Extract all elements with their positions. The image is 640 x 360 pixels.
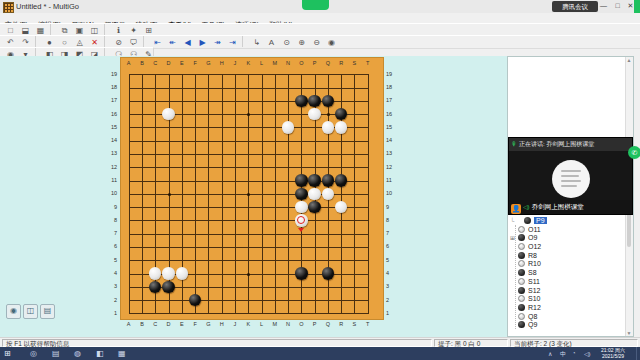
taskbar-mail-icon[interactable]: ▦ (118, 349, 126, 358)
black-move-icon (518, 287, 525, 294)
mark-tool-icon[interactable]: ⊙ (280, 36, 294, 49)
coord-letter-top: B (137, 60, 147, 66)
coord-number-left: 12 (103, 164, 117, 170)
logo-text-line (561, 175, 579, 177)
status-help-text: 按 F1 以获得帮助信息 (2, 339, 432, 347)
black-move-icon (518, 252, 525, 259)
tray-network-icon[interactable]: ◔ (572, 350, 576, 356)
white-stone-R15[interactable] (335, 121, 347, 133)
tray-expand-icon[interactable]: ∧ (548, 350, 552, 357)
participant-name: 乔剑网上围棋课堂 (532, 203, 584, 210)
coord-letter-top: H (217, 60, 227, 66)
black-stone-O4[interactable] (295, 267, 307, 279)
coord-number-right: 2 (386, 297, 400, 303)
coord-letter-bottom: A (124, 321, 134, 327)
menu-bar: 文件(F)编辑(E)局面(A)视图(I)移动(T)查看(V)工具(S)选项(O)… (0, 13, 640, 23)
black-move-icon (518, 234, 525, 241)
tree-node-label: S11 (528, 278, 540, 285)
coord-letter-top: Q (323, 60, 333, 66)
nav-forward10-icon[interactable]: ↠ (211, 36, 225, 49)
coord-number-left: 5 (103, 257, 117, 263)
black-stone-Q11[interactable] (322, 174, 334, 186)
coord-number-left: 16 (103, 111, 117, 117)
grid-line (368, 74, 369, 314)
zoom-in-icon[interactable]: ⊕ (295, 36, 309, 49)
white-stone-D16[interactable] (162, 108, 174, 120)
nav-forward-icon[interactable]: ▶ (196, 36, 210, 49)
grid-line (129, 234, 369, 235)
tree-node-label: O11 (528, 226, 541, 233)
white-stone-D4[interactable] (162, 267, 174, 279)
coord-number-left: 19 (103, 71, 117, 77)
grid-line (129, 207, 369, 208)
tree-node-R8[interactable]: R8 (510, 252, 622, 261)
go-board[interactable] (121, 58, 383, 319)
tray-volume-icon[interactable]: ◁) (584, 350, 591, 357)
app-icon (3, 2, 14, 13)
black-stone-D3[interactable] (162, 281, 174, 293)
zoom-out-icon[interactable]: ⊖ (310, 36, 324, 49)
channel-logo (552, 160, 590, 198)
coord-number-right: 1 (386, 310, 400, 316)
coord-number-right: 9 (386, 204, 400, 210)
coord-letter-top: C (150, 60, 160, 66)
mini-toolbar: ◉◫▤ (6, 299, 57, 313)
taskbar-app-icon[interactable]: ◧ (96, 349, 104, 358)
coord-letter-top: O (296, 60, 306, 66)
logo-text-line (561, 180, 581, 182)
coord-number-right: 3 (386, 283, 400, 289)
coord-number-right: 8 (386, 217, 400, 223)
grid-line (275, 74, 276, 314)
scroll-down-icon[interactable]: ▼ (626, 330, 632, 336)
tree-node-label: R12 (528, 304, 541, 311)
white-stone-N15[interactable] (282, 121, 294, 133)
white-stone-Q10[interactable] (322, 188, 334, 200)
taskbar-explorer-icon[interactable]: ▤ (52, 349, 60, 358)
coord-letter-bottom: C (150, 321, 160, 327)
status-current-move: 当前棋子: 2 (3 变化) (510, 339, 638, 347)
coord-letter-top: T (363, 60, 373, 66)
participant-bar: 👤◁)乔剑网上围棋课堂 (509, 200, 632, 214)
speaking-label: 正在讲话: 乔剑网上围棋课堂 (519, 141, 594, 147)
tree-node-R12[interactable]: R12 (510, 304, 622, 313)
tree-node-label: O9 (528, 234, 537, 241)
black-stone-O17[interactable] (295, 95, 307, 107)
clock-date: 2021/5/29 (592, 354, 634, 360)
tree-connector: └ (510, 218, 524, 224)
tree-node-Q8[interactable]: Q8 (510, 313, 622, 322)
taskbar-search-icon[interactable]: ◎ (30, 349, 37, 358)
coord-number-right: 19 (386, 71, 400, 77)
coord-letter-top: R (336, 60, 346, 66)
coord-number-right: 5 (386, 257, 400, 263)
coord-letter-bottom: F (190, 321, 200, 327)
coord-letter-top: G (203, 60, 213, 66)
white-move-icon (518, 313, 525, 320)
status-captures: 提子: 黑 0 白 0 (434, 339, 508, 347)
white-stone-C4[interactable] (149, 267, 161, 279)
coord-number-right: 12 (386, 164, 400, 170)
meeting-overlay-badge[interactable]: 腾讯会议 (552, 1, 598, 12)
coord-letter-top: P (310, 60, 320, 66)
coord-number-left: 1 (103, 310, 117, 316)
tree-node-S10[interactable]: S10 (510, 295, 622, 304)
coord-number-left: 17 (103, 97, 117, 103)
black-move-icon (518, 269, 525, 276)
black-stone-O11[interactable] (295, 174, 307, 186)
toolbar-separator (104, 24, 109, 35)
coord-number-right: 17 (386, 97, 400, 103)
coord-number-left: 2 (103, 297, 117, 303)
white-stone-R9[interactable] (335, 201, 347, 213)
black-stone-O10[interactable] (295, 188, 307, 200)
white-move-icon (518, 243, 525, 250)
grid-line (354, 74, 355, 314)
coord-number-left: 15 (103, 124, 117, 130)
speaker-icon: ◁) (523, 204, 530, 210)
tree-node-label: P9 (534, 217, 547, 224)
tree-node-S11[interactable]: S11 (510, 278, 622, 287)
coord-letter-top: N (283, 60, 293, 66)
tree-node-O9[interactable]: ⊞O9 (510, 234, 622, 243)
move-tree: └P9O11⊞O9O12R8R10S8S11S12S10R12Q8Q9 (510, 217, 622, 330)
taskbar-browser-icon[interactable]: ◍ (74, 349, 81, 358)
star-point (247, 113, 250, 116)
coord-number-left: 4 (103, 270, 117, 276)
tree-expander-icon[interactable]: ⊞ (510, 234, 517, 241)
coord-number-right: 13 (386, 150, 400, 156)
coord-number-right: 16 (386, 111, 400, 117)
coord-number-left: 8 (103, 217, 117, 223)
white-move-icon (518, 226, 525, 233)
star-point (247, 273, 250, 276)
game-tree-panel: └P9O11⊞O9O12R8R10S8S11S12S10R12Q8Q9 🎙正在讲… (507, 56, 634, 337)
coord-number-right: 6 (386, 243, 400, 249)
speaking-banner: 🎙正在讲话: 乔剑网上围棋课堂 (509, 138, 632, 151)
star-point (327, 113, 330, 116)
tree-node-label: R8 (528, 252, 537, 259)
tree-node-S12[interactable]: S12 (510, 287, 622, 296)
taskbar-clock[interactable]: 21:02 周六 2021/5/29 (592, 348, 634, 359)
coord-letter-bottom: B (137, 321, 147, 327)
coord-letter-top: K (243, 60, 253, 66)
coord-letter-top: E (177, 60, 187, 66)
coord-number-left: 11 (103, 177, 117, 183)
label-tool-icon[interactable]: A (265, 36, 279, 49)
coord-letter-bottom: O (296, 321, 306, 327)
meeting-video-window[interactable]: 🎙正在讲话: 乔剑网上围棋课堂 👤◁)乔剑网上围棋课堂 (508, 137, 633, 215)
coord-letter-top: L (257, 60, 267, 66)
nav-back-icon[interactable]: ◀ (181, 36, 195, 49)
tree-node-label: R10 (528, 260, 541, 267)
black-stone-C3[interactable] (149, 281, 161, 293)
multigo-window: Untitled * - MultiGo 腾讯会议 — □ ✕ 文件(F)编辑(… (0, 0, 640, 360)
board-canvas: AABBCCDDEEFFGGHHJJKKLLMMNNOOPPQQRRSSTT19… (0, 56, 507, 337)
white-move-icon (518, 278, 525, 285)
show-desktop-button[interactable] (636, 347, 640, 360)
coord-number-right: 15 (386, 124, 400, 130)
coord-letter-bottom: R (336, 321, 346, 327)
window-title: Untitled * - MultiGo (16, 2, 79, 11)
coord-letter-bottom: D (164, 321, 174, 327)
toolbar-separator (35, 36, 40, 47)
white-move-icon (518, 295, 525, 302)
grid-line (262, 74, 263, 314)
coord-number-right: 11 (386, 177, 400, 183)
toolbar-separator (143, 36, 148, 47)
black-stone-P9[interactable] (308, 201, 320, 213)
black-stone-Q4[interactable] (322, 267, 334, 279)
black-stone-P17[interactable] (308, 95, 320, 107)
coord-letter-bottom: Q (323, 321, 333, 327)
mini-board-button[interactable]: ◫ (23, 304, 38, 319)
coord-letter-bottom: S (349, 321, 359, 327)
coord-letter-bottom: E (177, 321, 187, 327)
black-stone-R16[interactable] (335, 108, 347, 120)
black-move-icon (518, 321, 525, 328)
coord-letter-bottom: L (257, 321, 267, 327)
coord-number-right: 7 (386, 230, 400, 236)
black-stone-R11[interactable] (335, 174, 347, 186)
coord-number-right: 14 (386, 137, 400, 143)
coord-letter-bottom: M (270, 321, 280, 327)
tree-node-label: S8 (528, 269, 537, 276)
coord-letter-top: F (190, 60, 200, 66)
tree-node-O11[interactable]: O11 (510, 226, 622, 235)
grid-line (129, 247, 369, 248)
tree-node-label: O12 (528, 243, 541, 250)
mic-icon: 🎙 (509, 141, 519, 147)
tree-node-label: S10 (528, 295, 540, 302)
tree-node-label: Q9 (528, 321, 537, 328)
coord-letter-bottom: T (363, 321, 373, 327)
scroll-up-icon[interactable]: ▲ (626, 57, 632, 63)
coord-letter-bottom: J (230, 321, 240, 327)
coord-letter-bottom: G (203, 321, 213, 327)
grid-line (129, 313, 369, 314)
black-stone-Q17[interactable] (322, 95, 334, 107)
grid-line (129, 220, 369, 221)
coord-letter-top: J (230, 60, 240, 66)
white-stone-E4[interactable] (176, 267, 188, 279)
meeting-float-button[interactable]: ✆ (628, 146, 640, 159)
tree-node-O12[interactable]: O12 (510, 243, 622, 252)
toolbar-separator (104, 36, 109, 47)
coord-letter-top: S (349, 60, 359, 66)
tray-ime-icon[interactable]: 中 (560, 350, 566, 359)
toolbar-separator (242, 36, 247, 47)
tree-node-S8[interactable]: S8 (510, 269, 622, 278)
logo-text-line (561, 170, 581, 172)
black-move-icon (518, 304, 525, 311)
black-stone-F2[interactable] (189, 294, 201, 306)
tree-node-R10[interactable]: R10 (510, 260, 622, 269)
mini-stone-button[interactable]: ◉ (6, 304, 21, 319)
logo-text-line (561, 185, 577, 187)
minimize-button[interactable]: — (597, 0, 610, 12)
toolbar-separator (50, 24, 55, 35)
coord-number-left: 7 (103, 230, 117, 236)
coord-number-left: 13 (103, 150, 117, 156)
white-stone-O9[interactable] (295, 201, 307, 213)
tree-node-label: Q8 (528, 313, 537, 320)
coord-letter-bottom: N (283, 321, 293, 327)
coord-letter-top: A (124, 60, 134, 66)
start-button[interactable]: ⊞ (4, 349, 11, 358)
white-move-icon (518, 260, 525, 267)
title-bar[interactable]: Untitled * - MultiGo 腾讯会议 — □ ✕ (0, 0, 640, 14)
coord-letter-top: M (270, 60, 280, 66)
coord-number-right: 18 (386, 84, 400, 90)
coord-number-left: 9 (103, 204, 117, 210)
star-point (168, 193, 171, 196)
grid-line (129, 300, 369, 301)
star-point (247, 193, 250, 196)
white-stone-Q15[interactable] (322, 121, 334, 133)
tree-node-label: S12 (528, 287, 540, 294)
coord-number-left: 3 (103, 283, 117, 289)
nav-back10-icon[interactable]: ↞ (166, 36, 180, 49)
coord-letter-bottom: K (243, 321, 253, 327)
coord-number-left: 10 (103, 190, 117, 196)
taskbar: ⊞ ◎▤◍◧▦ ∧中◔◁) 21:02 周六 2021/5/29 (0, 347, 640, 360)
avatar: 👤 (511, 204, 521, 214)
coord-number-left: 18 (103, 84, 117, 90)
coord-number-left: 6 (103, 243, 117, 249)
maximize-button[interactable]: □ (611, 0, 624, 12)
screen-share-tab[interactable] (302, 0, 329, 10)
variation-icon[interactable]: ↳ (250, 36, 264, 49)
white-stone-P10[interactable] (308, 188, 320, 200)
grid-line (288, 74, 289, 314)
black-stone-P11[interactable] (308, 174, 320, 186)
find-position-icon[interactable]: ◉ (325, 36, 339, 49)
coord-letter-bottom: P (310, 321, 320, 327)
grid-line (129, 260, 369, 261)
tree-node-selected[interactable]: └P9 (510, 217, 622, 226)
nav-last-icon[interactable]: ⇥ (226, 36, 240, 49)
coord-number-right: 4 (386, 270, 400, 276)
black-move-icon (524, 217, 531, 224)
coord-number-left: 14 (103, 137, 117, 143)
coord-number-right: 10 (386, 190, 400, 196)
pointer-marker (298, 228, 304, 235)
tree-node-Q9[interactable]: Q9 (510, 321, 622, 330)
white-stone-P16[interactable] (308, 108, 320, 120)
coord-letter-bottom: H (217, 321, 227, 327)
coord-letter-top: D (164, 60, 174, 66)
mini-list-button[interactable]: ▤ (40, 304, 55, 319)
